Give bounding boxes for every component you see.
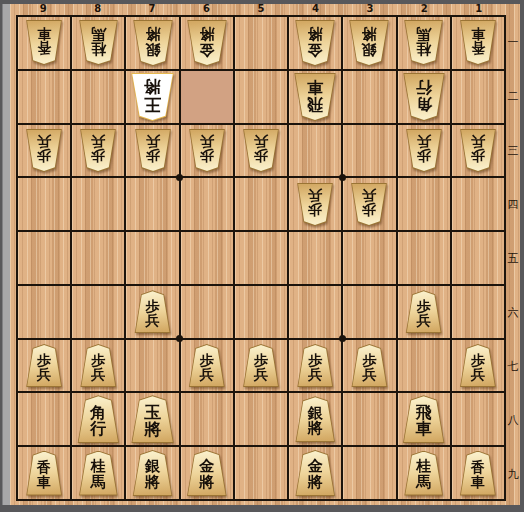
gote-lance[interactable]: 香 車 [459, 20, 497, 65]
square-4-9[interactable]: 金 將 [289, 447, 341, 499]
piece-kanji: 歩 兵 [417, 296, 431, 328]
square-2-6[interactable]: 歩 兵 [398, 286, 450, 338]
sente-pawn[interactable]: 歩 兵 [25, 344, 63, 387]
square-7-6[interactable]: 歩 兵 [126, 286, 178, 338]
rank-label-6: 六 [506, 285, 520, 339]
square-9-4[interactable] [18, 178, 70, 230]
sente-pawn[interactable]: 歩 兵 [350, 344, 388, 387]
piece-kanji: 歩 兵 [146, 296, 160, 328]
square-5-4[interactable] [235, 178, 287, 230]
square-2-7[interactable] [398, 340, 450, 392]
square-6-8[interactable] [181, 393, 233, 445]
square-2-2[interactable]: 角 行 [398, 71, 450, 123]
rank-labels: 一二三四五六七八九 [506, 15, 520, 501]
square-3-9[interactable] [343, 447, 395, 499]
piece-kanji: 香 車 [471, 27, 485, 59]
rank-label-7: 七 [506, 339, 520, 393]
square-7-9[interactable]: 銀 將 [126, 447, 178, 499]
gote-rook[interactable]: 飛 車 [293, 73, 337, 121]
sente-pawn[interactable]: 歩 兵 [242, 344, 280, 387]
piece-kanji: 歩 兵 [254, 135, 268, 167]
square-5-7[interactable]: 歩 兵 [235, 340, 287, 392]
piece-kanji: 角 行 [416, 79, 432, 115]
square-1-7[interactable]: 歩 兵 [452, 340, 504, 392]
square-3-3[interactable] [343, 125, 395, 177]
piece-kanji: 歩 兵 [200, 350, 214, 382]
piece-kanji: 銀 將 [308, 403, 323, 437]
square-5-6[interactable] [235, 286, 287, 338]
piece-kanji: 歩 兵 [37, 135, 51, 167]
sente-rook[interactable]: 飛 車 [402, 395, 446, 443]
sente-pawn[interactable]: 歩 兵 [296, 344, 334, 387]
piece-kanji: 歩 兵 [362, 188, 376, 220]
square-2-3[interactable]: 歩 兵 [398, 125, 450, 177]
square-4-5[interactable] [289, 232, 341, 284]
piece-kanji: 歩 兵 [254, 350, 268, 382]
board-margin-wood: 987654321 一二三四五六七八九 香 車桂 馬銀 將金 將金 將銀 將桂 … [10, 4, 520, 505]
piece-kanji: 銀 將 [362, 26, 377, 60]
square-7-2[interactable]: 王 將 [126, 71, 178, 123]
gote-pawn[interactable]: 歩 兵 [459, 129, 497, 172]
piece-kanji: 歩 兵 [362, 350, 376, 382]
gote-pawn[interactable]: 歩 兵 [242, 129, 280, 172]
hoshi-dot [339, 174, 346, 181]
square-1-5[interactable] [452, 232, 504, 284]
square-5-5[interactable] [235, 232, 287, 284]
square-2-5[interactable] [398, 232, 450, 284]
piece-kanji: 桂 馬 [91, 456, 106, 490]
piece-kanji: 歩 兵 [91, 350, 105, 382]
rank-label-9: 九 [506, 447, 520, 501]
square-8-2[interactable] [72, 71, 124, 123]
gote-knight[interactable]: 桂 馬 [403, 20, 444, 65]
square-9-9[interactable]: 香 車 [18, 447, 70, 499]
piece-kanji: 歩 兵 [417, 135, 431, 167]
square-8-6[interactable] [72, 286, 124, 338]
piece-kanji: 歩 兵 [308, 188, 322, 220]
square-9-1[interactable]: 香 車 [18, 17, 70, 69]
gote-lance[interactable]: 香 車 [25, 20, 63, 65]
piece-kanji: 銀 將 [145, 26, 160, 60]
piece-kanji: 飛 車 [416, 402, 432, 438]
piece-kanji: 歩 兵 [146, 135, 160, 167]
piece-kanji: 桂 馬 [416, 26, 431, 60]
square-3-8[interactable] [343, 393, 395, 445]
rank-label-2: 二 [506, 69, 520, 123]
square-7-7[interactable] [126, 340, 178, 392]
square-1-9[interactable]: 香 車 [452, 447, 504, 499]
square-3-6[interactable] [343, 286, 395, 338]
square-4-6[interactable] [289, 286, 341, 338]
piece-kanji: 王 將 [144, 78, 161, 116]
hoshi-dot [339, 335, 346, 342]
square-5-9[interactable] [235, 447, 287, 499]
gote-pawn[interactable]: 歩 兵 [405, 129, 443, 172]
gote-bishop[interactable]: 角 行 [402, 73, 446, 121]
square-6-9[interactable]: 金 將 [181, 447, 233, 499]
square-5-3[interactable]: 歩 兵 [235, 125, 287, 177]
square-6-7[interactable]: 歩 兵 [181, 340, 233, 392]
square-9-3[interactable]: 歩 兵 [18, 125, 70, 177]
gote-gold[interactable]: 金 將 [186, 20, 228, 66]
square-4-2[interactable]: 飛 車 [289, 71, 341, 123]
hoshi-dot [176, 174, 183, 181]
sente-pawn[interactable]: 歩 兵 [405, 290, 443, 333]
gote-pawn[interactable]: 歩 兵 [350, 183, 388, 226]
square-8-8[interactable]: 角 行 [72, 393, 124, 445]
square-2-4[interactable] [398, 178, 450, 230]
gote-silver[interactable]: 銀 將 [132, 20, 174, 66]
file-label-7: 7 [125, 3, 179, 15]
sente-silver[interactable]: 銀 將 [132, 450, 174, 496]
gote-king[interactable]: 王 將 [130, 73, 175, 121]
piece-kanji: 香 車 [37, 457, 51, 489]
square-4-3[interactable] [289, 125, 341, 177]
piece-kanji: 歩 兵 [308, 350, 322, 382]
square-6-6[interactable] [181, 286, 233, 338]
file-label-2: 2 [397, 3, 451, 15]
sente-silver[interactable]: 銀 將 [294, 396, 336, 442]
piece-kanji: 歩 兵 [471, 350, 485, 382]
square-6-2[interactable] [181, 71, 233, 123]
square-4-7[interactable]: 歩 兵 [289, 340, 341, 392]
file-label-9: 9 [16, 3, 70, 15]
square-9-2[interactable] [18, 71, 70, 123]
square-5-2[interactable] [235, 71, 287, 123]
rank-label-4: 四 [506, 177, 520, 231]
sente-pawn[interactable]: 歩 兵 [134, 290, 172, 333]
file-label-6: 6 [179, 3, 233, 15]
file-labels: 987654321 [16, 3, 506, 15]
square-7-5[interactable] [126, 232, 178, 284]
sente-knight[interactable]: 桂 馬 [403, 451, 444, 496]
piece-kanji: 角 行 [90, 402, 106, 438]
piece-kanji: 金 將 [308, 456, 323, 490]
piece-kanji: 歩 兵 [200, 135, 214, 167]
square-2-1[interactable]: 桂 馬 [398, 17, 450, 69]
square-2-8[interactable]: 飛 車 [398, 393, 450, 445]
square-2-9[interactable]: 桂 馬 [398, 447, 450, 499]
gote-silver[interactable]: 銀 將 [348, 20, 390, 66]
hoshi-dot [176, 335, 183, 342]
sente-knight[interactable]: 桂 馬 [78, 451, 119, 496]
rank-label-8: 八 [506, 393, 520, 447]
square-9-6[interactable] [18, 286, 70, 338]
sente-gold[interactable]: 金 將 [186, 450, 228, 496]
square-3-2[interactable] [343, 71, 395, 123]
gote-pawn[interactable]: 歩 兵 [134, 129, 172, 172]
piece-kanji: 桂 馬 [416, 456, 431, 490]
gote-gold[interactable]: 金 將 [294, 20, 336, 66]
piece-kanji: 金 將 [308, 26, 323, 60]
sente-gold[interactable]: 金 將 [294, 450, 336, 496]
square-8-9[interactable]: 桂 馬 [72, 447, 124, 499]
piece-kanji: 桂 馬 [91, 26, 106, 60]
gote-pawn[interactable]: 歩 兵 [188, 129, 226, 172]
piece-kanji: 玉 將 [144, 401, 161, 439]
square-4-4[interactable]: 歩 兵 [289, 178, 341, 230]
square-8-3[interactable]: 歩 兵 [72, 125, 124, 177]
square-1-1[interactable]: 香 車 [452, 17, 504, 69]
gote-pawn[interactable]: 歩 兵 [25, 129, 63, 172]
square-4-8[interactable]: 銀 將 [289, 393, 341, 445]
square-1-4[interactable] [452, 178, 504, 230]
file-label-4: 4 [288, 3, 342, 15]
square-3-7[interactable]: 歩 兵 [343, 340, 395, 392]
square-1-2[interactable] [452, 71, 504, 123]
gote-pawn[interactable]: 歩 兵 [296, 183, 334, 226]
square-5-1[interactable] [235, 17, 287, 69]
piece-kanji: 歩 兵 [91, 135, 105, 167]
piece-kanji: 香 車 [471, 457, 485, 489]
square-7-3[interactable]: 歩 兵 [126, 125, 178, 177]
piece-kanji: 飛 車 [307, 79, 323, 115]
sente-lance[interactable]: 香 車 [25, 451, 63, 496]
piece-kanji: 金 將 [199, 26, 214, 60]
square-9-8[interactable] [18, 393, 70, 445]
square-6-4[interactable] [181, 178, 233, 230]
square-1-6[interactable] [452, 286, 504, 338]
piece-kanji: 香 車 [37, 27, 51, 59]
gote-knight[interactable]: 桂 馬 [78, 20, 119, 65]
square-7-8[interactable]: 玉 將 [126, 393, 178, 445]
piece-kanji: 歩 兵 [37, 350, 51, 382]
sente-pawn[interactable]: 歩 兵 [79, 344, 117, 387]
file-label-1: 1 [452, 3, 506, 15]
file-label-5: 5 [234, 3, 288, 15]
square-8-1[interactable]: 桂 馬 [72, 17, 124, 69]
piece-kanji: 歩 兵 [471, 135, 485, 167]
square-9-7[interactable]: 歩 兵 [18, 340, 70, 392]
square-9-5[interactable] [18, 232, 70, 284]
gote-pawn[interactable]: 歩 兵 [79, 129, 117, 172]
square-6-1[interactable]: 金 將 [181, 17, 233, 69]
square-5-8[interactable] [235, 393, 287, 445]
file-label-8: 8 [70, 3, 124, 15]
piece-kanji: 銀 將 [145, 456, 160, 490]
shogi-board: 香 車桂 馬銀 將金 將金 將銀 將桂 馬香 車王 將飛 車角 行歩 兵歩 兵歩… [16, 15, 506, 501]
file-label-3: 3 [343, 3, 397, 15]
square-7-1[interactable]: 銀 將 [126, 17, 178, 69]
square-7-4[interactable] [126, 178, 178, 230]
rank-label-3: 三 [506, 123, 520, 177]
square-8-5[interactable] [72, 232, 124, 284]
square-8-7[interactable]: 歩 兵 [72, 340, 124, 392]
square-4-1[interactable]: 金 將 [289, 17, 341, 69]
square-6-3[interactable]: 歩 兵 [181, 125, 233, 177]
square-3-4[interactable]: 歩 兵 [343, 178, 395, 230]
piece-kanji: 金 將 [199, 456, 214, 490]
square-8-4[interactable] [72, 178, 124, 230]
square-1-8[interactable] [452, 393, 504, 445]
sente-pawn[interactable]: 歩 兵 [459, 344, 497, 387]
square-1-3[interactable]: 歩 兵 [452, 125, 504, 177]
square-3-1[interactable]: 銀 將 [343, 17, 395, 69]
square-3-5[interactable] [343, 232, 395, 284]
sente-pawn[interactable]: 歩 兵 [188, 344, 226, 387]
sente-lance[interactable]: 香 車 [459, 451, 497, 496]
rank-label-1: 一 [506, 15, 520, 69]
sente-king[interactable]: 玉 將 [130, 395, 175, 443]
square-6-5[interactable] [181, 232, 233, 284]
sente-bishop[interactable]: 角 行 [76, 395, 120, 443]
shogi-app-window: 987654321 一二三四五六七八九 香 車桂 馬銀 將金 將金 將銀 將桂 … [0, 0, 524, 512]
rank-label-5: 五 [506, 231, 520, 285]
